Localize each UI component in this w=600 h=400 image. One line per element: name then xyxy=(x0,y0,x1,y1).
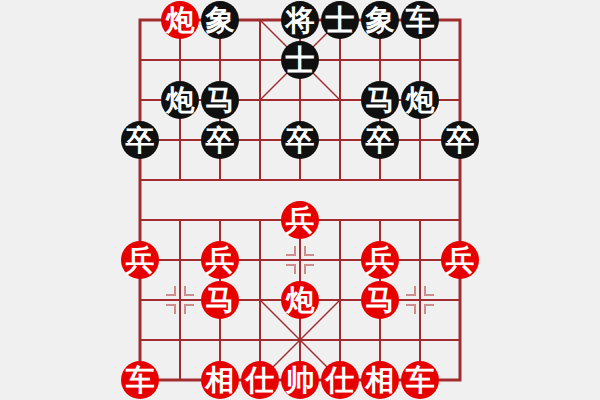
piece-black-general[interactable]: 将 xyxy=(281,1,319,39)
piece-black-cannon[interactable]: 炮 xyxy=(401,81,439,119)
piece-red-horse[interactable]: 马 xyxy=(201,281,239,319)
piece-red-horse[interactable]: 马 xyxy=(361,281,399,319)
piece-black-advisor[interactable]: 士 xyxy=(321,1,359,39)
piece-black-soldier[interactable]: 卒 xyxy=(281,121,319,159)
piece-red-soldier[interactable]: 兵 xyxy=(441,241,479,279)
piece-black-advisor[interactable]: 士 xyxy=(281,41,319,79)
piece-red-chariot[interactable]: 车 xyxy=(121,361,159,399)
piece-red-chariot[interactable]: 车 xyxy=(401,361,439,399)
piece-black-cannon[interactable]: 炮 xyxy=(161,81,199,119)
piece-black-soldier[interactable]: 卒 xyxy=(201,121,239,159)
piece-red-soldier[interactable]: 兵 xyxy=(361,241,399,279)
piece-red-soldier[interactable]: 兵 xyxy=(121,241,159,279)
piece-red-cannon[interactable]: 炮 xyxy=(161,1,199,39)
piece-black-horse[interactable]: 马 xyxy=(201,81,239,119)
piece-red-cannon[interactable]: 炮 xyxy=(281,281,319,319)
piece-black-soldier[interactable]: 卒 xyxy=(121,121,159,159)
piece-black-soldier[interactable]: 卒 xyxy=(441,121,479,159)
piece-red-advisor[interactable]: 仕 xyxy=(241,361,279,399)
piece-black-elephant[interactable]: 象 xyxy=(361,1,399,39)
piece-red-elephant[interactable]: 相 xyxy=(201,361,239,399)
piece-red-general[interactable]: 帅 xyxy=(281,361,319,399)
piece-black-elephant[interactable]: 象 xyxy=(201,1,239,39)
xiangqi-board: 炮象将士象车士炮马马炮卒卒卒卒卒兵兵兵兵兵马炮马车相仕帅仕相车 xyxy=(0,0,600,400)
piece-red-soldier[interactable]: 兵 xyxy=(201,241,239,279)
piece-black-chariot[interactable]: 车 xyxy=(401,1,439,39)
piece-black-soldier[interactable]: 卒 xyxy=(361,121,399,159)
piece-black-horse[interactable]: 马 xyxy=(361,81,399,119)
piece-red-elephant[interactable]: 相 xyxy=(361,361,399,399)
piece-red-soldier[interactable]: 兵 xyxy=(281,201,319,239)
piece-red-advisor[interactable]: 仕 xyxy=(321,361,359,399)
